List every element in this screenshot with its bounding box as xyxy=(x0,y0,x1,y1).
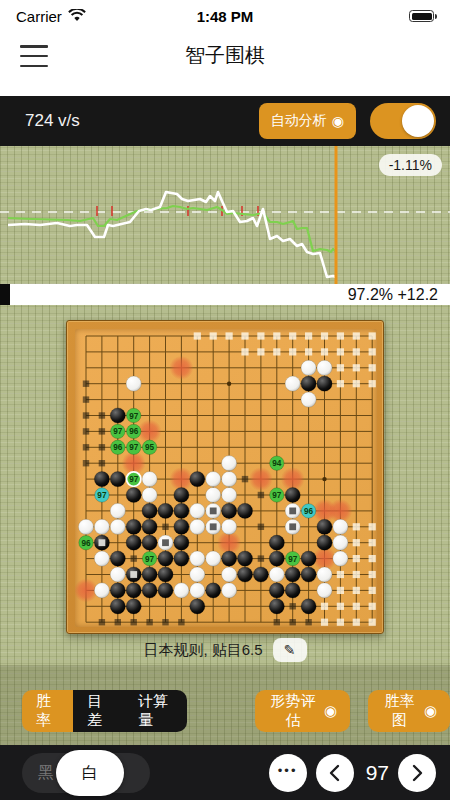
tab-visits[interactable]: 计算量 xyxy=(124,690,187,732)
white-stone xyxy=(333,551,348,566)
black-stone xyxy=(285,487,300,502)
white-stone xyxy=(222,519,237,534)
radio-icon: ◉ xyxy=(332,113,344,129)
candidate-move: 94 xyxy=(270,456,284,470)
black-stone xyxy=(110,408,125,423)
white-stone xyxy=(110,567,125,582)
white-stone xyxy=(206,487,221,502)
black-stone xyxy=(158,583,173,598)
go-board-canvas: 9797969697959497969797979697 xyxy=(75,329,377,627)
white-stone xyxy=(301,392,316,407)
go-board[interactable]: 9797969697959497969797979697 xyxy=(66,320,384,634)
chevron-left-icon xyxy=(328,764,342,782)
black-stone xyxy=(301,551,316,566)
white-stone xyxy=(222,456,237,471)
black-stone xyxy=(174,487,189,502)
tab-winrate[interactable]: 胜率 xyxy=(22,690,73,732)
svg-text:97: 97 xyxy=(129,475,139,484)
candidate-move: 96 xyxy=(79,536,93,550)
white-stone xyxy=(222,583,237,598)
svg-text:96: 96 xyxy=(304,507,314,516)
edit-rules-button[interactable]: ✎ xyxy=(273,638,307,662)
svg-text:96: 96 xyxy=(81,539,91,548)
candidate-move: 97 xyxy=(127,408,141,422)
white-stone xyxy=(190,567,205,582)
status-bar: Carrier 1:48 PM xyxy=(0,0,450,32)
black-stone xyxy=(142,535,157,550)
analysis-toggle[interactable] xyxy=(370,103,436,139)
winrate-graph-button[interactable]: 胜率图◉ xyxy=(368,690,450,732)
tab-score-diff[interactable]: 目差 xyxy=(73,690,124,732)
black-stone xyxy=(158,503,173,518)
candidate-move: 97 xyxy=(127,440,141,454)
black-stone xyxy=(126,583,141,598)
candidate-move: 97 xyxy=(142,551,156,565)
white-stone xyxy=(94,519,109,534)
black-stone xyxy=(269,599,284,614)
black-option[interactable]: 黑 xyxy=(38,753,54,793)
more-button[interactable]: ••• xyxy=(269,754,307,792)
white-stone xyxy=(269,567,284,582)
black-stone xyxy=(222,551,237,566)
black-stone xyxy=(174,519,189,534)
svg-text:94: 94 xyxy=(272,459,282,468)
color-toggle[interactable]: 黑 白 xyxy=(22,753,150,793)
black-stone xyxy=(174,551,189,566)
black-stone xyxy=(190,472,205,487)
auto-analysis-button[interactable]: 自动分析◉ xyxy=(259,103,356,139)
black-stone xyxy=(206,583,221,598)
winrate-strip: 97.2% +12.2 xyxy=(0,284,450,305)
territory-eval-button[interactable]: 形势评估◉ xyxy=(255,690,350,732)
battery-icon xyxy=(409,10,434,22)
white-stone xyxy=(190,551,205,566)
black-stone xyxy=(110,472,125,487)
svg-text:97: 97 xyxy=(113,427,123,436)
last-move-badge: 97 xyxy=(127,472,141,486)
candidate-move: 97 xyxy=(111,424,125,438)
black-stone xyxy=(301,599,316,614)
white-stone xyxy=(333,535,348,550)
black-stone xyxy=(317,535,332,550)
black-stone xyxy=(126,487,141,502)
white-stone xyxy=(333,519,348,534)
black-stone xyxy=(158,551,173,566)
white-stone xyxy=(206,551,221,566)
nav-bar: 智子围棋 xyxy=(0,32,450,96)
black-stone xyxy=(317,376,332,391)
black-stone xyxy=(222,503,237,518)
white-stone xyxy=(206,472,221,487)
black-stone xyxy=(269,535,284,550)
analysis-speed: 724 v/s xyxy=(25,111,80,131)
white-stone xyxy=(317,583,332,598)
rules-text: 日本规则, 贴目6.5 xyxy=(143,641,262,658)
white-option-selected[interactable]: 白 xyxy=(56,750,124,796)
candidate-move: 96 xyxy=(301,504,315,518)
white-stone xyxy=(110,519,125,534)
white-stone xyxy=(222,567,237,582)
winrate-value: 97.2% +12.2 xyxy=(348,284,438,305)
white-stone xyxy=(285,376,300,391)
black-stone xyxy=(237,551,252,566)
black-stone xyxy=(94,472,109,487)
white-stone xyxy=(94,551,109,566)
collapse-handle[interactable] xyxy=(0,284,10,305)
black-stone xyxy=(142,503,157,518)
white-stone xyxy=(222,472,237,487)
white-stone xyxy=(190,583,205,598)
next-move-button[interactable] xyxy=(398,754,436,792)
svg-text:96: 96 xyxy=(129,427,139,436)
black-stone xyxy=(301,567,316,582)
white-stone xyxy=(110,503,125,518)
svg-text:97: 97 xyxy=(129,412,139,421)
black-stone xyxy=(126,519,141,534)
white-stone xyxy=(78,519,93,534)
black-stone xyxy=(237,503,252,518)
black-stone xyxy=(269,583,284,598)
white-stone xyxy=(301,360,316,375)
black-stone xyxy=(110,551,125,566)
black-stone xyxy=(301,376,316,391)
white-stone xyxy=(94,583,109,598)
candidate-move: 97 xyxy=(286,551,300,565)
candidate-move: 96 xyxy=(127,424,141,438)
black-stone xyxy=(110,583,125,598)
svg-text:97: 97 xyxy=(272,491,282,500)
white-stone xyxy=(174,583,189,598)
white-stone xyxy=(142,487,157,502)
black-stone xyxy=(285,583,300,598)
move-number: 97 xyxy=(366,761,389,785)
radio-icon: ◉ xyxy=(424,702,437,720)
svg-text:97: 97 xyxy=(288,555,298,564)
white-stone xyxy=(222,487,237,502)
white-stone xyxy=(126,376,141,391)
black-stone xyxy=(142,583,157,598)
black-stone xyxy=(110,599,125,614)
analysis-bar: 724 v/s 自动分析◉ xyxy=(0,96,450,146)
black-stone xyxy=(190,599,205,614)
black-stone xyxy=(317,519,332,534)
delta-badge: -1.11% xyxy=(379,154,442,176)
svg-text:97: 97 xyxy=(145,555,155,564)
black-stone xyxy=(142,519,157,534)
toggle-knob xyxy=(402,105,434,137)
winrate-chart[interactable]: -1.11% xyxy=(0,146,450,284)
white-stone xyxy=(190,503,205,518)
white-stone xyxy=(190,519,205,534)
white-stone xyxy=(317,567,332,582)
metric-segmented-control: 胜率 目差 计算量 xyxy=(22,690,187,732)
svg-text:97: 97 xyxy=(129,443,139,452)
go-board-grid: 9797969697959497969797979697 xyxy=(75,329,377,627)
black-stone xyxy=(158,567,173,582)
black-stone xyxy=(126,599,141,614)
candidate-move: 97 xyxy=(95,488,109,502)
chevron-right-icon xyxy=(410,764,424,782)
candidate-move: 96 xyxy=(111,440,125,454)
rules-line: 日本规则, 贴目6.5✎ xyxy=(0,638,450,664)
svg-text:96: 96 xyxy=(113,443,123,452)
black-stone xyxy=(237,567,252,582)
page-title: 智子围棋 xyxy=(0,42,450,69)
bottom-bar: 黑 白 ••• 97 xyxy=(0,745,450,800)
black-stone xyxy=(253,567,268,582)
black-stone xyxy=(174,535,189,550)
radio-icon: ◉ xyxy=(324,702,337,720)
ellipsis-icon: ••• xyxy=(278,763,298,778)
white-stone xyxy=(142,472,157,487)
black-stone xyxy=(142,567,157,582)
black-stone xyxy=(174,503,189,518)
candidate-move: 95 xyxy=(142,440,156,454)
black-stone xyxy=(126,535,141,550)
controls-row: 胜率 目差 计算量 形势评估◉ 胜率图◉ xyxy=(0,690,450,732)
board-area: 9797969697959497969797979697 日本规则, 贴目6.5… xyxy=(0,305,450,800)
pencil-icon: ✎ xyxy=(284,642,296,658)
black-stone xyxy=(285,567,300,582)
svg-text:97: 97 xyxy=(97,491,107,500)
svg-text:95: 95 xyxy=(145,443,155,452)
app-screen: Carrier 1:48 PM 智子围棋 724 v/s 自动分析◉ -1.11… xyxy=(0,0,450,800)
white-stone xyxy=(317,360,332,375)
previous-move-button[interactable] xyxy=(316,754,354,792)
candidate-move: 97 xyxy=(270,488,284,502)
clock: 1:48 PM xyxy=(0,8,450,25)
black-stone xyxy=(269,551,284,566)
